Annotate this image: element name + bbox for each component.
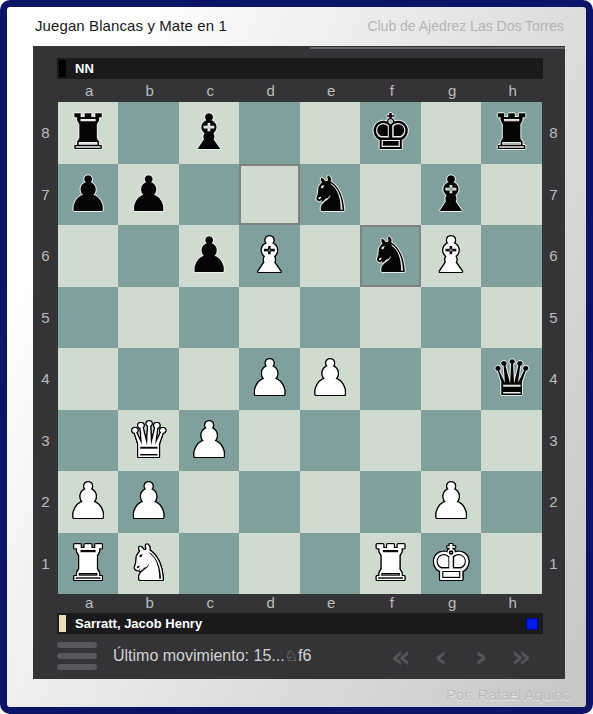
square-c1[interactable] — [179, 533, 240, 595]
panel-top-divider — [310, 47, 565, 49]
file-label: e — [301, 82, 362, 99]
square-h6[interactable] — [481, 225, 542, 287]
nav-prev-button[interactable]: ‹ — [421, 636, 461, 676]
square-h3[interactable] — [481, 410, 542, 472]
square-a2[interactable]: ♟ — [58, 471, 119, 533]
square-d5[interactable] — [239, 287, 300, 349]
nav-end-button[interactable]: » — [501, 636, 541, 676]
square-h1[interactable] — [481, 533, 542, 595]
knight-icon: ♘ — [285, 647, 298, 665]
board-row: 87654321 ♜♝♚♜♟♟♞♝♟♝♞♝♟♟♛♛♟♟♟♟♜♞♜♚ 876543… — [33, 102, 565, 594]
rank-label: 2 — [549, 493, 557, 510]
square-c7[interactable] — [179, 164, 240, 226]
file-label: f — [362, 82, 423, 99]
square-h5[interactable] — [481, 287, 542, 349]
square-h2[interactable] — [481, 471, 542, 533]
square-g3[interactable] — [421, 410, 482, 472]
white-color-indicator — [59, 615, 66, 632]
white-player-name: Sarratt, Jacob Henry — [75, 616, 202, 631]
file-label: f — [362, 594, 423, 611]
square-e6[interactable] — [300, 225, 361, 287]
square-e5[interactable] — [300, 287, 361, 349]
result-square — [526, 618, 538, 630]
rank-label: 4 — [549, 370, 557, 387]
rank-label: 2 — [41, 493, 49, 510]
black-queen-piece[interactable]: ♛ — [490, 354, 534, 403]
square-g1[interactable]: ♚ — [421, 533, 482, 595]
square-g5[interactable] — [421, 287, 482, 349]
white-bishop-piece[interactable]: ♝ — [429, 231, 473, 280]
last-move-dest: f6 — [298, 647, 311, 664]
rank-label: 3 — [549, 432, 557, 449]
square-b5[interactable] — [118, 287, 179, 349]
square-a5[interactable] — [58, 287, 119, 349]
black-pawn-piece[interactable]: ♟ — [66, 170, 110, 219]
square-g2[interactable]: ♟ — [421, 471, 482, 533]
square-a6[interactable] — [58, 225, 119, 287]
file-label: g — [422, 594, 483, 611]
rank-label: 5 — [41, 309, 49, 326]
white-pawn-piece[interactable]: ♟ — [429, 477, 473, 526]
square-e3[interactable] — [300, 410, 361, 472]
square-d4[interactable]: ♟ — [239, 348, 300, 410]
controls-bar: Último movimiento: 15...♘f6 «‹›» — [33, 634, 565, 678]
rank-label: 6 — [41, 247, 49, 264]
file-labels-top: abcdefgh — [59, 79, 543, 102]
square-d6[interactable]: ♝ — [239, 225, 300, 287]
square-f7[interactable] — [360, 164, 421, 226]
square-c6[interactable]: ♟ — [179, 225, 240, 287]
last-move-label: Último movimiento: 15... — [113, 647, 285, 664]
rank-label: 8 — [41, 124, 49, 141]
square-b2[interactable]: ♟ — [118, 471, 179, 533]
club-name: Club de Ajedrez Las Dos Torres — [367, 18, 564, 34]
file-label: d — [241, 82, 302, 99]
file-label: g — [422, 82, 483, 99]
chess-board: ♜♝♚♜♟♟♞♝♟♝♞♝♟♟♛♛♟♟♟♟♜♞♜♚ — [58, 102, 542, 594]
square-f4[interactable] — [360, 348, 421, 410]
square-d7[interactable] — [239, 164, 300, 226]
rank-labels-left: 87654321 — [33, 102, 58, 594]
white-bishop-piece[interactable]: ♝ — [248, 231, 292, 280]
square-b4[interactable] — [118, 348, 179, 410]
square-a1[interactable]: ♜ — [58, 533, 119, 595]
file-label: e — [301, 594, 362, 611]
square-d2[interactable] — [239, 471, 300, 533]
square-c2[interactable] — [179, 471, 240, 533]
white-pawn-piece[interactable]: ♟ — [248, 354, 292, 403]
white-knight-piece[interactable]: ♞ — [127, 539, 171, 588]
white-rook-piece[interactable]: ♜ — [66, 539, 110, 588]
white-king-piece[interactable]: ♚ — [429, 539, 473, 588]
square-e4[interactable]: ♟ — [300, 348, 361, 410]
square-c3[interactable]: ♟ — [179, 410, 240, 472]
square-a7[interactable]: ♟ — [58, 164, 119, 226]
menu-icon[interactable] — [57, 642, 97, 670]
square-f1[interactable]: ♜ — [360, 533, 421, 595]
rank-label: 7 — [549, 186, 557, 203]
file-label: d — [241, 594, 302, 611]
rank-label: 3 — [41, 432, 49, 449]
square-e2[interactable] — [300, 471, 361, 533]
square-d8[interactable] — [239, 102, 300, 164]
rank-label: 7 — [41, 186, 49, 203]
nav-start-button[interactable]: « — [381, 636, 421, 676]
black-king-piece[interactable]: ♚ — [369, 108, 413, 157]
square-c8[interactable]: ♝ — [179, 102, 240, 164]
square-g8[interactable] — [421, 102, 482, 164]
black-knight-piece[interactable]: ♞ — [369, 231, 413, 280]
white-rook-piece[interactable]: ♜ — [369, 539, 413, 588]
black-rook-piece[interactable]: ♜ — [490, 108, 534, 157]
black-pawn-piece[interactable]: ♟ — [127, 170, 171, 219]
rank-label: 1 — [549, 555, 557, 572]
file-labels-bottom: abcdefgh — [59, 594, 543, 610]
rank-label: 1 — [41, 555, 49, 572]
puzzle-card: Juegan Blancas y Mate en 1 Club de Ajedr… — [0, 0, 593, 714]
file-label: a — [59, 82, 120, 99]
square-f2[interactable] — [360, 471, 421, 533]
square-c4[interactable] — [179, 348, 240, 410]
nav-next-button[interactable]: › — [461, 636, 501, 676]
black-knight-piece[interactable]: ♞ — [308, 170, 352, 219]
move-navigation: «‹›» — [381, 636, 541, 676]
square-h7[interactable] — [481, 164, 542, 226]
white-pawn-piece[interactable]: ♟ — [187, 416, 231, 465]
last-move-text: Último movimiento: 15...♘f6 — [113, 647, 311, 665]
rank-label: 8 — [549, 124, 557, 141]
file-label: a — [59, 594, 120, 611]
black-bishop-piece[interactable]: ♝ — [429, 170, 473, 219]
black-bishop-piece[interactable]: ♝ — [187, 108, 231, 157]
square-f6[interactable]: ♞ — [360, 225, 421, 287]
square-f3[interactable] — [360, 410, 421, 472]
square-a8[interactable]: ♜ — [58, 102, 119, 164]
square-b7[interactable]: ♟ — [118, 164, 179, 226]
file-label: h — [483, 594, 544, 611]
file-label: b — [120, 594, 181, 611]
square-a4[interactable] — [58, 348, 119, 410]
page-title: Juegan Blancas y Mate en 1 — [35, 17, 227, 34]
square-b8[interactable] — [118, 102, 179, 164]
rank-label: 4 — [41, 370, 49, 387]
square-h4[interactable]: ♛ — [481, 348, 542, 410]
credit-text: Por: Rafael Aquino — [7, 679, 586, 703]
rank-labels-right: 87654321 — [542, 102, 565, 594]
square-b6[interactable] — [118, 225, 179, 287]
file-label: h — [483, 82, 544, 99]
square-e8[interactable] — [300, 102, 361, 164]
rank-label: 5 — [549, 309, 557, 326]
white-pawn-piece[interactable]: ♟ — [66, 477, 110, 526]
square-e7[interactable]: ♞ — [300, 164, 361, 226]
title-bar: Juegan Blancas y Mate en 1 Club de Ajedr… — [7, 7, 586, 39]
black-player-name: NN — [75, 61, 94, 76]
white-player-bar: Sarratt, Jacob Henry — [57, 613, 543, 634]
square-g6[interactable]: ♝ — [421, 225, 482, 287]
square-b3[interactable]: ♛ — [118, 410, 179, 472]
square-e1[interactable] — [300, 533, 361, 595]
white-queen-piece[interactable]: ♛ — [127, 416, 171, 465]
square-a3[interactable] — [58, 410, 119, 472]
black-player-bar: NN — [57, 58, 543, 79]
square-d3[interactable] — [239, 410, 300, 472]
black-pawn-piece[interactable]: ♟ — [187, 231, 231, 280]
file-label: c — [180, 82, 241, 99]
square-g7[interactable]: ♝ — [421, 164, 482, 226]
white-pawn-piece[interactable]: ♟ — [127, 477, 171, 526]
square-h8[interactable]: ♜ — [481, 102, 542, 164]
square-b1[interactable]: ♞ — [118, 533, 179, 595]
white-pawn-piece[interactable]: ♟ — [308, 354, 352, 403]
black-rook-piece[interactable]: ♜ — [66, 108, 110, 157]
square-d1[interactable] — [239, 533, 300, 595]
board-panel: NN abcdefgh 87654321 ♜♝♚♜♟♟♞♝♟♝♞♝♟♟♛♛♟♟♟… — [33, 46, 565, 679]
rank-label: 6 — [549, 247, 557, 264]
square-f8[interactable]: ♚ — [360, 102, 421, 164]
black-color-indicator — [59, 60, 66, 77]
square-f5[interactable] — [360, 287, 421, 349]
file-label: c — [180, 594, 241, 611]
file-label: b — [120, 82, 181, 99]
square-g4[interactable] — [421, 348, 482, 410]
square-c5[interactable] — [179, 287, 240, 349]
